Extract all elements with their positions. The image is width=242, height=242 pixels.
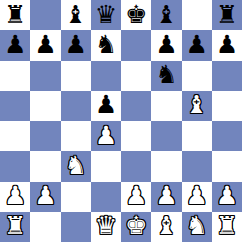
black-pawn[interactable]: ♟ — [185, 32, 207, 57]
square-b8[interactable] — [30, 0, 60, 30]
square-b6[interactable] — [30, 61, 60, 91]
square-g5[interactable]: ♝ — [182, 91, 212, 121]
white-bishop[interactable]: ♝ — [155, 213, 177, 238]
white-queen[interactable]: ♛ — [95, 213, 117, 238]
square-b1[interactable] — [30, 212, 60, 242]
square-e8[interactable]: ♚ — [121, 0, 151, 30]
square-h1[interactable]: ♜ — [212, 212, 242, 242]
white-king[interactable]: ♚ — [125, 213, 147, 238]
square-h4[interactable] — [212, 121, 242, 151]
square-f4[interactable] — [151, 121, 181, 151]
black-rook[interactable]: ♜ — [216, 2, 238, 27]
square-e2[interactable]: ♟ — [121, 182, 151, 212]
square-b3[interactable] — [30, 151, 60, 181]
square-a3[interactable] — [0, 151, 30, 181]
square-g4[interactable] — [182, 121, 212, 151]
square-c2[interactable] — [61, 182, 91, 212]
white-pawn[interactable]: ♟ — [34, 183, 56, 208]
square-e5[interactable] — [121, 91, 151, 121]
square-c5[interactable] — [61, 91, 91, 121]
white-pawn[interactable]: ♟ — [125, 183, 147, 208]
black-pawn[interactable]: ♟ — [34, 32, 56, 57]
white-pawn[interactable]: ♟ — [4, 183, 26, 208]
square-g6[interactable] — [182, 61, 212, 91]
white-pawn[interactable]: ♟ — [216, 183, 238, 208]
square-e4[interactable] — [121, 121, 151, 151]
black-bishop[interactable]: ♝ — [64, 2, 86, 27]
square-a7[interactable]: ♟ — [0, 30, 30, 60]
black-king[interactable]: ♚ — [125, 2, 147, 27]
square-h5[interactable] — [212, 91, 242, 121]
square-d6[interactable] — [91, 61, 121, 91]
square-b2[interactable]: ♟ — [30, 182, 60, 212]
square-h2[interactable]: ♟ — [212, 182, 242, 212]
square-d2[interactable] — [91, 182, 121, 212]
square-d3[interactable] — [91, 151, 121, 181]
black-pawn[interactable]: ♟ — [216, 32, 238, 57]
square-e3[interactable] — [121, 151, 151, 181]
square-b7[interactable]: ♟ — [30, 30, 60, 60]
square-c1[interactable] — [61, 212, 91, 242]
white-pawn[interactable]: ♟ — [155, 183, 177, 208]
square-a1[interactable]: ♜ — [0, 212, 30, 242]
square-g8[interactable] — [182, 0, 212, 30]
white-pawn[interactable]: ♟ — [95, 123, 117, 148]
square-e6[interactable] — [121, 61, 151, 91]
black-bishop[interactable]: ♝ — [155, 2, 177, 27]
white-rook[interactable]: ♜ — [4, 213, 26, 238]
square-h6[interactable] — [212, 61, 242, 91]
square-h3[interactable] — [212, 151, 242, 181]
square-b5[interactable] — [30, 91, 60, 121]
square-d8[interactable]: ♛ — [91, 0, 121, 30]
square-f5[interactable] — [151, 91, 181, 121]
square-g1[interactable]: ♞ — [182, 212, 212, 242]
black-pawn[interactable]: ♟ — [95, 92, 117, 117]
white-bishop[interactable]: ♝ — [185, 92, 207, 117]
square-g2[interactable]: ♟ — [182, 182, 212, 212]
black-knight[interactable]: ♞ — [95, 32, 117, 57]
square-c7[interactable]: ♟ — [61, 30, 91, 60]
square-a6[interactable] — [0, 61, 30, 91]
square-b4[interactable] — [30, 121, 60, 151]
square-c3[interactable]: ♞ — [61, 151, 91, 181]
square-d1[interactable]: ♛ — [91, 212, 121, 242]
square-g3[interactable] — [182, 151, 212, 181]
square-f3[interactable] — [151, 151, 181, 181]
square-a5[interactable] — [0, 91, 30, 121]
square-h7[interactable]: ♟ — [212, 30, 242, 60]
square-e1[interactable]: ♚ — [121, 212, 151, 242]
black-rook[interactable]: ♜ — [4, 2, 26, 27]
square-d5[interactable]: ♟ — [91, 91, 121, 121]
square-f6[interactable]: ♞ — [151, 61, 181, 91]
square-c6[interactable] — [61, 61, 91, 91]
white-pawn[interactable]: ♟ — [185, 183, 207, 208]
square-f8[interactable]: ♝ — [151, 0, 181, 30]
black-pawn[interactable]: ♟ — [155, 32, 177, 57]
black-queen[interactable]: ♛ — [95, 2, 117, 27]
square-a4[interactable] — [0, 121, 30, 151]
square-c4[interactable] — [61, 121, 91, 151]
square-h8[interactable]: ♜ — [212, 0, 242, 30]
black-pawn[interactable]: ♟ — [4, 32, 26, 57]
square-f2[interactable]: ♟ — [151, 182, 181, 212]
square-e7[interactable] — [121, 30, 151, 60]
square-f7[interactable]: ♟ — [151, 30, 181, 60]
black-knight[interactable]: ♞ — [155, 62, 177, 87]
black-pawn[interactable]: ♟ — [64, 32, 86, 57]
square-d7[interactable]: ♞ — [91, 30, 121, 60]
square-a2[interactable]: ♟ — [0, 182, 30, 212]
chess-board: ♜♝♛♚♝♜♟♟♟♞♟♟♟♞♟♝♟♞♟♟♟♟♟♟♜♛♚♝♞♜ — [0, 0, 242, 242]
square-f1[interactable]: ♝ — [151, 212, 181, 242]
square-d4[interactable]: ♟ — [91, 121, 121, 151]
white-knight[interactable]: ♞ — [185, 213, 207, 238]
square-g7[interactable]: ♟ — [182, 30, 212, 60]
square-a8[interactable]: ♜ — [0, 0, 30, 30]
white-rook[interactable]: ♜ — [216, 213, 238, 238]
square-c8[interactable]: ♝ — [61, 0, 91, 30]
white-knight[interactable]: ♞ — [64, 153, 86, 178]
